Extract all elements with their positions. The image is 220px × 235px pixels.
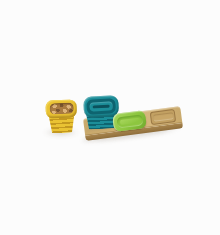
teal-bowl-inner-ring (86, 98, 116, 114)
kibble-contents (49, 103, 73, 115)
recess-inner-panel (152, 112, 173, 122)
green-bowl-rim-groove (116, 114, 143, 128)
teal-bowl-cavity (93, 105, 110, 109)
teal-bowl-inner-ring-2 (89, 101, 112, 111)
product-photo (0, 0, 220, 235)
empty-bowl-recess (150, 109, 176, 125)
green-bowl-center-panel (119, 117, 139, 124)
yellow-bowl-rim (45, 99, 77, 118)
yellow-collapsible-bowl (45, 99, 77, 133)
